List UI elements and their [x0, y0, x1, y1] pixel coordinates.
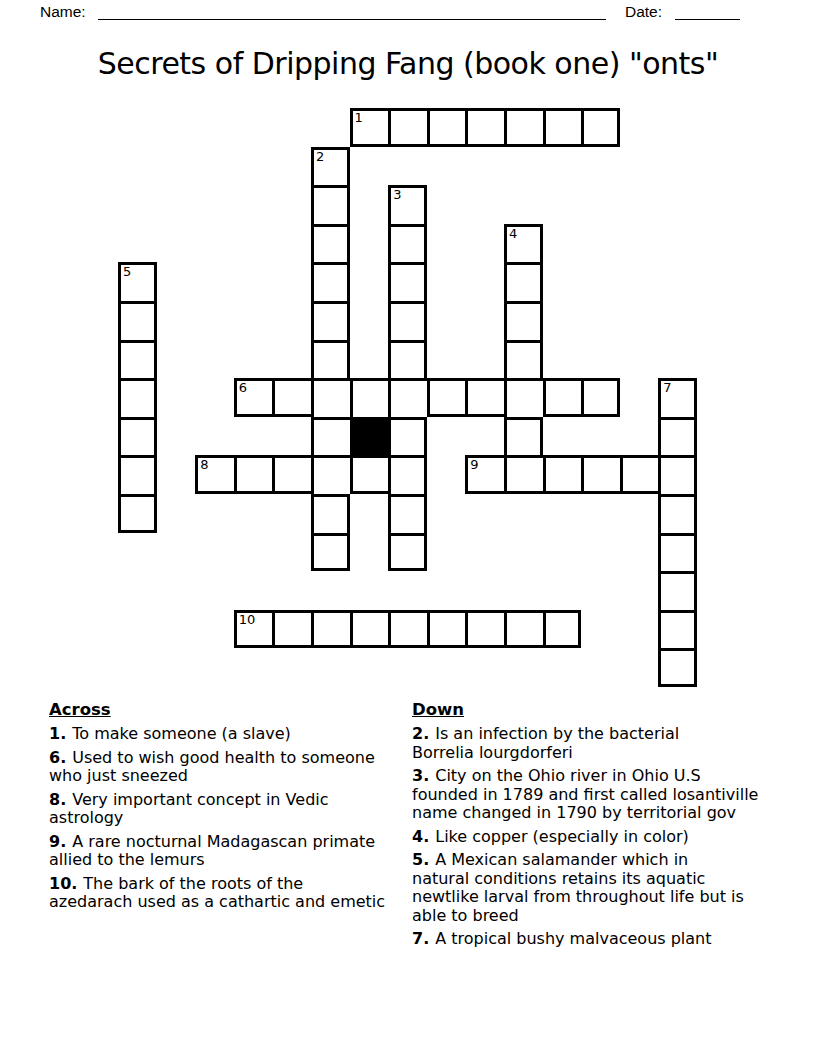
grid-cell[interactable]: [504, 417, 543, 456]
grid-cell[interactable]: [118, 455, 157, 494]
grid-cell[interactable]: [350, 610, 389, 649]
grid-cell[interactable]: [118, 417, 157, 456]
clue-number: 9: [470, 458, 478, 472]
clue-down-4: 4.Like copper (especially in color): [412, 828, 804, 847]
grid-cell[interactable]: [388, 262, 427, 301]
puzzle-title: Secrets of Dripping Fang (book one) "ont…: [0, 48, 816, 80]
grid-cell[interactable]: [272, 378, 311, 417]
grid-cell[interactable]: [388, 108, 427, 147]
clue-text: To make someone (a slave): [72, 724, 291, 743]
grid-cell[interactable]: [311, 533, 350, 572]
grid-cell[interactable]: [427, 378, 466, 417]
grid-cell[interactable]: [118, 301, 157, 340]
clue-across-6: 6.Used to wish good health to someone wh…: [49, 749, 419, 786]
grid-cell[interactable]: [388, 340, 427, 379]
worksheet-page: Name: Date: Secrets of Dripping Fang (bo…: [0, 0, 816, 1056]
clue-number: 1.: [49, 724, 66, 743]
clue-number: 10: [239, 613, 256, 627]
clue-number: 3.: [412, 766, 429, 785]
clue-number: 4: [509, 227, 517, 241]
clue-text: A tropical bushy malvaceous plant: [435, 929, 711, 948]
grid-cell[interactable]: [658, 648, 697, 687]
grid-cell[interactable]: 7: [658, 378, 697, 417]
clue-number: 6.: [49, 748, 66, 767]
grid-cell[interactable]: [388, 378, 427, 417]
clue-number: 9.: [49, 832, 66, 851]
grid-cell[interactable]: 9: [465, 455, 504, 494]
grid-cell[interactable]: [311, 378, 350, 417]
grid-cell[interactable]: [118, 340, 157, 379]
grid-cell[interactable]: [620, 455, 659, 494]
grid-cell[interactable]: [311, 262, 350, 301]
grid-cell[interactable]: [311, 494, 350, 533]
grid-cell[interactable]: [504, 378, 543, 417]
grid-cell[interactable]: 3: [388, 185, 427, 224]
grid-cell[interactable]: 10: [234, 610, 273, 649]
grid-cell[interactable]: [350, 455, 389, 494]
grid-cell[interactable]: [388, 455, 427, 494]
grid-cell[interactable]: [658, 494, 697, 533]
name-label: Name:: [40, 3, 86, 21]
across-header: Across: [49, 701, 419, 719]
grid-cell[interactable]: [543, 455, 582, 494]
down-clues: Down 2.Is an infection by the bacterial …: [412, 701, 804, 954]
grid-cell[interactable]: [311, 224, 350, 263]
grid-cell[interactable]: [311, 417, 350, 456]
grid-cell[interactable]: [581, 455, 620, 494]
grid-cell[interactable]: [465, 378, 504, 417]
clue-number: 7.: [412, 929, 429, 948]
grid-cell[interactable]: [388, 224, 427, 263]
grid-cell[interactable]: [504, 610, 543, 649]
grid-cell[interactable]: [465, 610, 504, 649]
grid-cell[interactable]: [658, 533, 697, 572]
clue-number: 5.: [412, 850, 429, 869]
clue-number: 7: [663, 381, 671, 395]
clue-number: 2.: [412, 724, 429, 743]
clue-number: 8: [200, 458, 208, 472]
grid-cell[interactable]: [504, 301, 543, 340]
grid-cell[interactable]: [658, 610, 697, 649]
clue-down-5: 5.A Mexican salamander which in natural …: [412, 851, 804, 925]
clue-number: 5: [123, 265, 131, 279]
crossword-grid: 12345678910: [118, 108, 697, 687]
grid-cell[interactable]: [234, 455, 273, 494]
clue-number: 10.: [49, 874, 77, 893]
grid-cell[interactable]: [311, 185, 350, 224]
grid-cell[interactable]: [504, 340, 543, 379]
clue-text: The bark of the roots of the azedarach u…: [49, 874, 385, 912]
grid-cell[interactable]: [118, 378, 157, 417]
grid-cell[interactable]: [543, 378, 582, 417]
clue-down-3: 3.City on the Ohio river in Ohio U.S fou…: [412, 767, 804, 823]
name-blank-line[interactable]: [98, 4, 606, 20]
down-header: Down: [412, 701, 804, 719]
clue-text: Is an infection by the bacterial Borreli…: [412, 724, 679, 762]
across-clues: Across 1.To make someone (a slave) 6.Use…: [49, 701, 419, 917]
grid-cell[interactable]: [658, 417, 697, 456]
clue-text: A rare nocturnal Madagascan primate alli…: [49, 832, 375, 870]
grid-cell[interactable]: 2: [311, 147, 350, 186]
grid-cell[interactable]: [388, 533, 427, 572]
grid-cell[interactable]: 8: [195, 455, 234, 494]
grid-cell[interactable]: 4: [504, 224, 543, 263]
grid-cell[interactable]: [658, 571, 697, 610]
grid-cell[interactable]: [427, 108, 466, 147]
grid-cell[interactable]: 5: [118, 262, 157, 301]
grid-cell[interactable]: [543, 108, 582, 147]
clue-across-10: 10.The bark of the roots of the azedarac…: [49, 875, 419, 912]
clue-number: 4.: [412, 827, 429, 846]
grid-cell[interactable]: [311, 455, 350, 494]
clue-text: City on the Ohio river in Ohio U.S found…: [412, 766, 758, 822]
clue-number: 3: [393, 188, 401, 202]
grid-cell[interactable]: [388, 610, 427, 649]
grid-cell[interactable]: 1: [350, 108, 389, 147]
grid-cell[interactable]: [272, 610, 311, 649]
grid-cell[interactable]: [388, 301, 427, 340]
clue-down-2: 2.Is an infection by the bacterial Borre…: [412, 725, 804, 762]
grid-cell[interactable]: [465, 108, 504, 147]
black-cell: [350, 417, 389, 456]
grid-cell[interactable]: [388, 417, 427, 456]
grid-cell[interactable]: [388, 494, 427, 533]
grid-cell[interactable]: [311, 340, 350, 379]
clue-number: 2: [316, 150, 324, 164]
grid-cell[interactable]: [504, 455, 543, 494]
clue-across-9: 9.A rare nocturnal Madagascan primate al…: [49, 833, 419, 870]
grid-cell[interactable]: [581, 108, 620, 147]
clue-text: A Mexican salamander which in natural co…: [412, 850, 744, 925]
grid-cell[interactable]: [581, 378, 620, 417]
clue-text: Like copper (especially in color): [435, 827, 689, 846]
grid-cell[interactable]: [658, 455, 697, 494]
grid-cell[interactable]: [311, 610, 350, 649]
grid-cell[interactable]: [118, 494, 157, 533]
grid-cell[interactable]: [311, 301, 350, 340]
grid-cell[interactable]: [543, 610, 582, 649]
clue-number: 8.: [49, 790, 66, 809]
grid-cell[interactable]: [427, 610, 466, 649]
grid-cell[interactable]: [504, 108, 543, 147]
clue-number: 1: [355, 111, 363, 125]
clue-across-1: 1.To make someone (a slave): [49, 725, 419, 744]
grid-cell[interactable]: [350, 378, 389, 417]
clue-text: Very important concept in Vedic astrolog…: [49, 790, 329, 828]
clue-across-8: 8.Very important concept in Vedic astrol…: [49, 791, 419, 828]
clue-text: Used to wish good health to someone who …: [49, 748, 375, 786]
clue-down-7: 7.A tropical bushy malvaceous plant: [412, 930, 804, 949]
grid-cell[interactable]: [504, 262, 543, 301]
date-blank-line[interactable]: [675, 4, 740, 20]
date-label: Date:: [625, 3, 662, 21]
grid-cell[interactable]: 6: [234, 378, 273, 417]
grid-cell[interactable]: [272, 455, 311, 494]
clue-number: 6: [239, 381, 247, 395]
